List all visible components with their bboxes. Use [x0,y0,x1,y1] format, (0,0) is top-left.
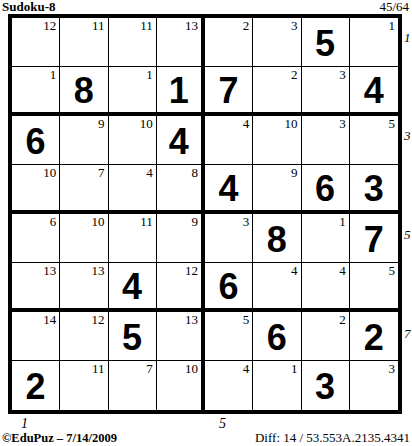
cell-hint-number: 1 [291,362,298,376]
cell-r2c4[interactable]: 1 [157,67,205,116]
cell-digit: 2 [26,366,46,405]
cell-digit: 4 [169,121,189,160]
cell-r1c1[interactable]: 12 [12,18,60,67]
cell-r8c7[interactable]: 3 [302,361,350,410]
cell-hint-number: 4 [291,264,298,278]
row-label-7: 7 [404,327,411,341]
cell-r1c8[interactable]: 1 [350,18,398,67]
cell-r4c6[interactable]: 9 [253,165,301,214]
cell-r4c7[interactable]: 6 [302,165,350,214]
cell-digit: 4 [219,168,239,207]
cell-digit: 8 [74,70,94,109]
cell-digit: 2 [364,317,384,356]
cell-r3c8[interactable]: 5 [350,116,398,165]
cell-r6c6[interactable]: 4 [253,263,301,312]
cell-hint-number: 1 [50,68,57,82]
cell-r2c5[interactable]: 7 [205,67,253,116]
cell-r5c8[interactable]: 7 [350,214,398,263]
cell-hint-number: 3 [243,215,250,229]
cell-hint-number: 4 [146,166,153,180]
cell-hint-number: 13 [43,264,56,278]
cell-r6c8[interactable]: 5 [350,263,398,312]
col-label-1: 1 [21,416,28,431]
cell-hint-number: 11 [140,215,153,229]
cell-r8c2[interactable]: 11 [60,361,108,410]
cell-r4c2[interactable]: 7 [60,165,108,214]
cell-r1c4[interactable]: 13 [157,18,205,67]
cell-r4c1[interactable]: 10 [12,165,60,214]
cell-hint-number: 12 [43,19,56,33]
cell-r2c6[interactable]: 2 [253,67,301,116]
cell-digit: 6 [315,168,335,207]
cell-digit: 5 [315,23,335,62]
cell-r7c8[interactable]: 2 [350,312,398,361]
cell-hint-number: 14 [43,313,56,327]
cell-r6c5[interactable]: 6 [205,263,253,312]
cell-r7c4[interactable]: 13 [157,312,205,361]
cell-r4c5[interactable]: 4 [205,165,253,214]
cell-r6c3[interactable]: 4 [109,263,157,312]
difficulty-text: Diff: 14 / 53.553A.2135.4341 [255,431,410,445]
cell-hint-number: 2 [291,68,298,82]
cell-digit: 6 [267,317,287,356]
cell-r2c3[interactable]: 1 [109,67,157,116]
cell-r7c7[interactable]: 2 [302,312,350,361]
col-label-5: 5 [219,416,226,431]
cell-hint-number: 3 [339,68,346,82]
cell-hint-number: 11 [140,19,153,33]
cell-r8c8[interactable]: 3 [350,361,398,410]
cell-hint-number: 13 [185,19,198,33]
cell-digit: 6 [219,266,239,305]
cell-r6c4[interactable]: 12 [157,263,205,312]
row-label-3: 3 [404,129,411,143]
cell-r5c7[interactable]: 1 [302,214,350,263]
row-label-1: 1 [404,31,411,45]
cell-hint-number: 10 [92,215,105,229]
cell-r8c3[interactable]: 7 [109,361,157,410]
cell-r2c7[interactable]: 3 [302,67,350,116]
cell-r4c4[interactable]: 8 [157,165,205,214]
cell-r6c7[interactable]: 4 [302,263,350,312]
cell-r7c1[interactable]: 14 [12,312,60,361]
cell-r5c2[interactable]: 10 [60,214,108,263]
cell-r8c4[interactable]: 10 [157,361,205,410]
cell-hint-number: 11 [92,362,105,376]
cell-hint-number: 5 [389,264,396,278]
cell-r7c5[interactable]: 5 [205,312,253,361]
cell-hint-number: 5 [389,117,396,131]
cell-r8c1[interactable]: 2 [12,361,60,410]
cell-hint-number: 9 [291,166,298,180]
cell-hint-number: 10 [185,362,198,376]
puzzle-title: Sudoku-8 [2,0,55,14]
cell-r3c2[interactable]: 9 [60,116,108,165]
empty-cell-counter: 45/64 [379,0,409,14]
cell-r3c7[interactable]: 3 [302,116,350,165]
cell-r6c1[interactable]: 13 [12,263,60,312]
copyright-text: ©EduPuz – 7/14/2009 [2,431,117,445]
cell-r7c6[interactable]: 6 [253,312,301,361]
cell-hint-number: 8 [192,166,199,180]
cell-digit: 3 [315,366,335,405]
cell-r1c3[interactable]: 11 [109,18,157,67]
cell-r3c3[interactable]: 10 [109,116,157,165]
cell-hint-number: 2 [243,19,250,33]
cell-digit: 7 [219,70,239,109]
row-label-5: 5 [404,228,411,242]
cell-digit: 6 [26,121,46,160]
cell-r3c1[interactable]: 6 [12,116,60,165]
cell-hint-number: 4 [243,117,250,131]
cell-hint-number: 1 [146,68,153,82]
cell-r5c5[interactable]: 3 [205,214,253,263]
sudoku-board: 12 11 11 13 2 3 5 1 1 8 1 1 7 2 [8,14,402,414]
cell-digit: 5 [122,317,142,356]
cell-r2c2[interactable]: 8 [60,67,108,116]
cell-digit: 4 [122,266,142,305]
cell-r1c5[interactable]: 2 [205,18,253,67]
cell-hint-number: 4 [339,264,346,278]
cell-digit: 8 [267,219,287,258]
cell-hint-number: 13 [185,313,198,327]
cell-r1c6[interactable]: 3 [253,18,301,67]
cell-hint-number: 3 [291,19,298,33]
cell-r5c4[interactable]: 9 [157,214,205,263]
cell-r1c2[interactable]: 11 [60,18,108,67]
cell-r4c3[interactable]: 4 [109,165,157,214]
cell-hint-number: 12 [185,264,198,278]
cell-r2c8[interactable]: 4 [350,67,398,116]
cell-hint-number: 10 [140,117,153,131]
cell-r4c8[interactable]: 3 [350,165,398,214]
cell-r7c3[interactable]: 5 [109,312,157,361]
cell-digit: 4 [364,70,384,109]
cell-hint-number: 1 [389,19,396,33]
cell-digit: 3 [364,168,384,207]
cell-r7c2[interactable]: 12 [60,312,108,361]
cell-r3c6[interactable]: 10 [253,116,301,165]
cell-hint-number: 10 [43,166,56,180]
cell-r1c7[interactable]: 5 [302,18,350,67]
cell-hint-number: 4 [243,362,250,376]
cell-hint-number: 3 [339,117,346,131]
cell-r5c6[interactable]: 8 [253,214,301,263]
cell-hint-number: 7 [146,362,153,376]
cell-r3c5[interactable]: 4 [205,116,253,165]
cell-r8c6[interactable]: 1 [253,361,301,410]
cell-r2c1[interactable]: 1 [12,67,60,116]
cell-hint-number: 12 [92,313,105,327]
cell-hint-number: 7 [98,166,105,180]
cell-digit: 7 [364,219,384,258]
cell-r8c5[interactable]: 4 [205,361,253,410]
cell-digit: 1 [169,70,189,109]
cell-r5c3[interactable]: 11 [109,214,157,263]
cell-hint-number: 9 [192,215,199,229]
cell-hint-number: 10 [285,117,298,131]
cell-hint-number: 1 [339,215,346,229]
cell-hint-number: 9 [98,117,105,131]
cell-hint-number: 6 [50,215,57,229]
cell-hint-number: 11 [92,19,105,33]
cell-hint-number: 13 [92,264,105,278]
cell-hint-number: 3 [389,362,396,376]
cell-hint-number: 2 [339,313,346,327]
cell-r5c1[interactable]: 6 [12,214,60,263]
cell-r6c2[interactable]: 13 [60,263,108,312]
cell-r3c4[interactable]: 4 [157,116,205,165]
cell-hint-number: 5 [243,313,250,327]
